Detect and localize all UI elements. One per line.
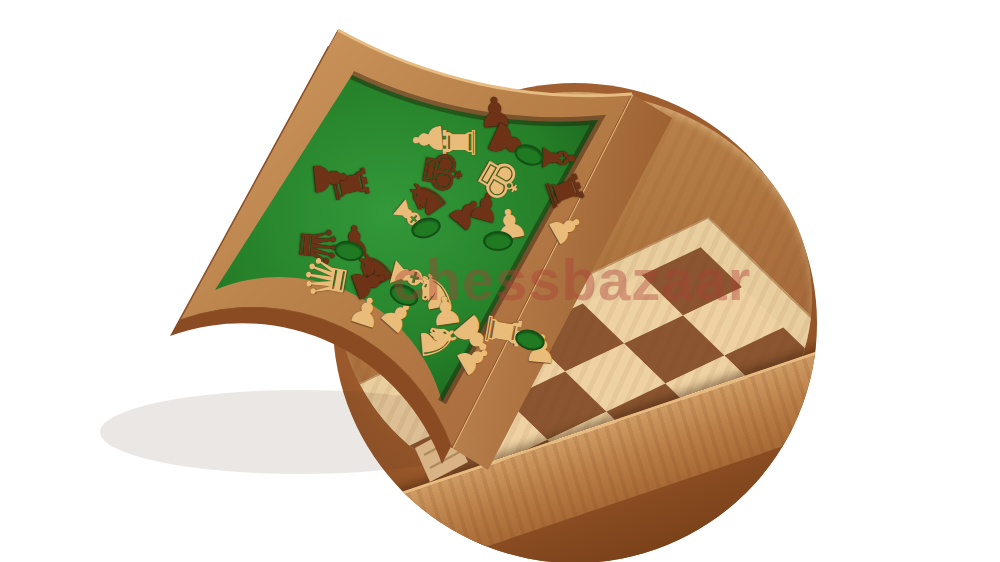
piece-felt-base (483, 231, 513, 251)
light-knight: ♞ (413, 317, 465, 364)
dark-pawn: ♟ (306, 156, 353, 199)
storage-drawer-tray (0, 0, 1000, 562)
product-photo-round-chess-set: ♟♟♜♟♜♚♝♜♞♝♟♟♟♟♚♟♛♟♛♞♟♝♞♟♟♟♟♟♞♜♟ chessbaz… (0, 0, 1000, 562)
